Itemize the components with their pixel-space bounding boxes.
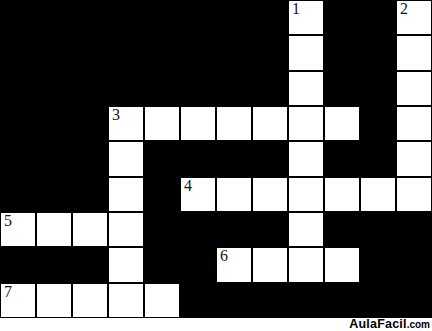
cell-r4c7-block bbox=[252, 141, 288, 176]
cell-r3c2-block bbox=[72, 106, 108, 141]
cell-r2c3-block bbox=[108, 71, 144, 106]
cell-r6c3[interactable] bbox=[108, 212, 144, 247]
cell-r0c11[interactable]: 2 bbox=[396, 0, 432, 35]
cell-r7c6[interactable]: 6 bbox=[216, 247, 252, 282]
cell-r7c8[interactable] bbox=[288, 247, 324, 282]
cell-r7c1-block bbox=[36, 247, 72, 282]
cell-r0c0-block bbox=[0, 0, 36, 35]
clue-number-1: 1 bbox=[292, 1, 300, 18]
cell-r4c11[interactable] bbox=[396, 141, 432, 176]
cell-r8c9-block bbox=[324, 283, 360, 318]
footer-strip: AulaFacil.com bbox=[0, 318, 432, 331]
cell-r1c9-block bbox=[324, 35, 360, 70]
cell-r3c6[interactable] bbox=[216, 106, 252, 141]
cell-r4c0-block bbox=[0, 141, 36, 176]
cell-r7c9[interactable] bbox=[324, 247, 360, 282]
cell-r3c7[interactable] bbox=[252, 106, 288, 141]
cell-r2c9-block bbox=[324, 71, 360, 106]
cell-r5c3[interactable] bbox=[108, 177, 144, 212]
cell-r3c5[interactable] bbox=[180, 106, 216, 141]
watermark-brand: AulaFacil bbox=[349, 318, 406, 331]
cell-r1c7-block bbox=[252, 35, 288, 70]
cell-r1c0-block bbox=[0, 35, 36, 70]
cell-r8c0[interactable]: 7 bbox=[0, 283, 36, 318]
cell-r7c2-block bbox=[72, 247, 108, 282]
cell-r5c1-block bbox=[36, 177, 72, 212]
cell-r2c11[interactable] bbox=[396, 71, 432, 106]
cell-r7c10-block bbox=[360, 247, 396, 282]
cell-r1c8[interactable] bbox=[288, 35, 324, 70]
cell-r0c9-block bbox=[324, 0, 360, 35]
cell-r3c11[interactable] bbox=[396, 106, 432, 141]
cell-r2c1-block bbox=[36, 71, 72, 106]
cell-r1c4-block bbox=[144, 35, 180, 70]
cell-r2c4-block bbox=[144, 71, 180, 106]
cell-r8c7-block bbox=[252, 283, 288, 318]
cell-r3c0-block bbox=[0, 106, 36, 141]
cell-r0c7-block bbox=[252, 0, 288, 35]
cell-r8c2[interactable] bbox=[72, 283, 108, 318]
clue-number-7: 7 bbox=[4, 284, 12, 301]
cell-r8c3[interactable] bbox=[108, 283, 144, 318]
cell-r3c3[interactable]: 3 bbox=[108, 106, 144, 141]
cell-r3c9[interactable] bbox=[324, 106, 360, 141]
cell-r6c7-block bbox=[252, 212, 288, 247]
cell-r7c3[interactable] bbox=[108, 247, 144, 282]
cell-r1c2-block bbox=[72, 35, 108, 70]
cell-r2c2-block bbox=[72, 71, 108, 106]
cell-r4c10-block bbox=[360, 141, 396, 176]
cell-r4c2-block bbox=[72, 141, 108, 176]
cell-r8c11-block bbox=[396, 283, 432, 318]
cell-r2c10-block bbox=[360, 71, 396, 106]
crossword-page: 1234567 AulaFacil.com bbox=[0, 0, 432, 331]
cell-r6c4-block bbox=[144, 212, 180, 247]
cell-r0c5-block bbox=[180, 0, 216, 35]
cell-r7c4-block bbox=[144, 247, 180, 282]
clue-number-6: 6 bbox=[220, 248, 228, 265]
cell-r1c3-block bbox=[108, 35, 144, 70]
cell-r5c11[interactable] bbox=[396, 177, 432, 212]
cell-r2c5-block bbox=[180, 71, 216, 106]
cell-r2c0-block bbox=[0, 71, 36, 106]
cell-r5c9[interactable] bbox=[324, 177, 360, 212]
cell-r8c10-block bbox=[360, 283, 396, 318]
cell-r6c8[interactable] bbox=[288, 212, 324, 247]
cell-r6c6-block bbox=[216, 212, 252, 247]
cell-r5c4-block bbox=[144, 177, 180, 212]
crossword-board: 1234567 bbox=[0, 0, 432, 318]
cell-r8c1[interactable] bbox=[36, 283, 72, 318]
cell-r4c6-block bbox=[216, 141, 252, 176]
cell-r5c0-block bbox=[0, 177, 36, 212]
cell-r5c5[interactable]: 4 bbox=[180, 177, 216, 212]
cell-r7c11-block bbox=[396, 247, 432, 282]
cell-r1c11[interactable] bbox=[396, 35, 432, 70]
cell-r0c1-block bbox=[36, 0, 72, 35]
cell-r5c7[interactable] bbox=[252, 177, 288, 212]
cell-r3c10-block bbox=[360, 106, 396, 141]
cell-r3c4[interactable] bbox=[144, 106, 180, 141]
cell-r7c7[interactable] bbox=[252, 247, 288, 282]
cell-r5c8[interactable] bbox=[288, 177, 324, 212]
cell-r3c8[interactable] bbox=[288, 106, 324, 141]
cell-r6c11-block bbox=[396, 212, 432, 247]
cell-r2c8[interactable] bbox=[288, 71, 324, 106]
cell-r2c6-block bbox=[216, 71, 252, 106]
cell-r8c4[interactable] bbox=[144, 283, 180, 318]
cell-r8c8-block bbox=[288, 283, 324, 318]
clue-number-4: 4 bbox=[184, 178, 192, 195]
cell-r6c9-block bbox=[324, 212, 360, 247]
watermark-suffix: .com bbox=[407, 319, 430, 331]
cell-r4c4-block bbox=[144, 141, 180, 176]
cell-r1c5-block bbox=[180, 35, 216, 70]
cell-r0c3-block bbox=[108, 0, 144, 35]
cell-r0c2-block bbox=[72, 0, 108, 35]
cell-r4c3[interactable] bbox=[108, 141, 144, 176]
cell-r6c0[interactable]: 5 bbox=[0, 212, 36, 247]
cell-r7c5-block bbox=[180, 247, 216, 282]
cell-r5c10[interactable] bbox=[360, 177, 396, 212]
clue-number-3: 3 bbox=[112, 107, 120, 124]
clue-number-5: 5 bbox=[4, 213, 12, 230]
cell-r2c7-block bbox=[252, 71, 288, 106]
cell-r1c6-block bbox=[216, 35, 252, 70]
cell-r4c9-block bbox=[324, 141, 360, 176]
cell-r7c0-block bbox=[0, 247, 36, 282]
cell-r1c10-block bbox=[360, 35, 396, 70]
cell-r0c8[interactable]: 1 bbox=[288, 0, 324, 35]
cell-r6c2[interactable] bbox=[72, 212, 108, 247]
cell-r8c6-block bbox=[216, 283, 252, 318]
cell-r6c10-block bbox=[360, 212, 396, 247]
cell-r1c1-block bbox=[36, 35, 72, 70]
cell-r4c5-block bbox=[180, 141, 216, 176]
cell-r0c10-block bbox=[360, 0, 396, 35]
cell-r6c5-block bbox=[180, 212, 216, 247]
cell-r4c1-block bbox=[36, 141, 72, 176]
clue-number-2: 2 bbox=[400, 1, 408, 18]
cell-r8c5-block bbox=[180, 283, 216, 318]
cell-r4c8[interactable] bbox=[288, 141, 324, 176]
cell-r6c1[interactable] bbox=[36, 212, 72, 247]
cell-r3c1-block bbox=[36, 106, 72, 141]
cell-r0c6-block bbox=[216, 0, 252, 35]
cell-r5c6[interactable] bbox=[216, 177, 252, 212]
watermark: AulaFacil.com bbox=[349, 318, 432, 331]
cell-r5c2-block bbox=[72, 177, 108, 212]
cell-r0c4-block bbox=[144, 0, 180, 35]
